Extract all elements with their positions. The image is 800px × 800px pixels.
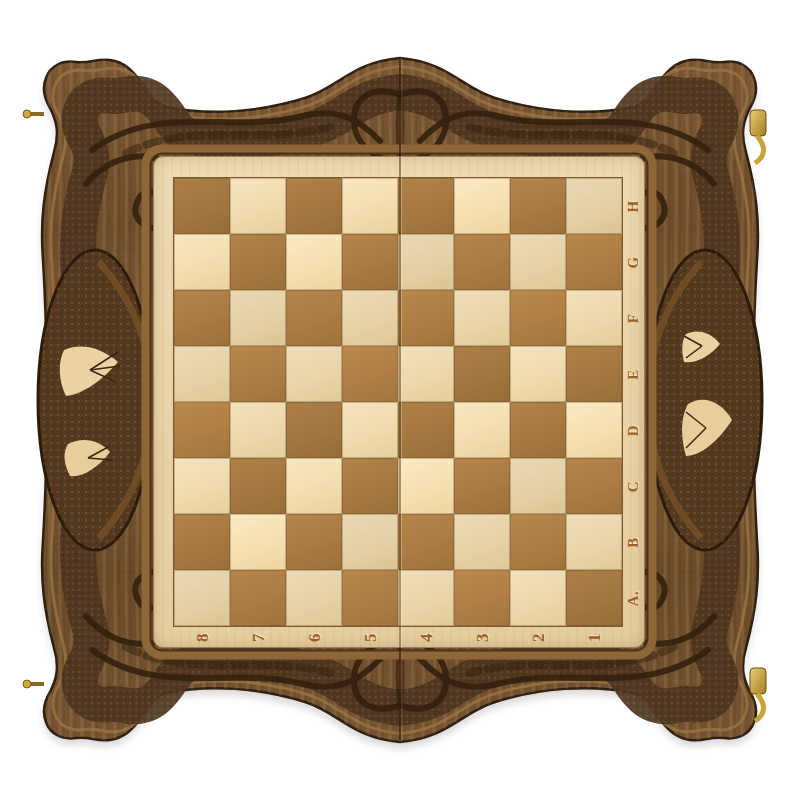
square-h2[interactable] (510, 178, 566, 234)
rank-label-cell: 4 (398, 626, 454, 648)
file-label-cell: B (622, 514, 645, 570)
square-g8[interactable] (174, 234, 230, 290)
square-d7[interactable] (230, 402, 286, 458)
square-g3[interactable] (454, 234, 510, 290)
square-g2[interactable] (510, 234, 566, 290)
file-label-f: F (626, 313, 641, 323)
square-f1[interactable] (566, 290, 622, 346)
rank-label-6: 6 (306, 633, 323, 642)
square-c8[interactable] (174, 458, 230, 514)
square-c2[interactable] (510, 458, 566, 514)
square-g4[interactable] (398, 234, 454, 290)
square-a6[interactable] (286, 570, 342, 626)
square-f8[interactable] (174, 290, 230, 346)
field-hinge-seam (399, 156, 401, 648)
square-h3[interactable] (454, 178, 510, 234)
square-g5[interactable] (342, 234, 398, 290)
file-label-cell: F (622, 290, 645, 346)
square-h8[interactable] (174, 178, 230, 234)
square-a7[interactable] (230, 570, 286, 626)
square-b8[interactable] (174, 514, 230, 570)
carved-chess-board-photo: HGFEDCBA. 87654321 (0, 0, 800, 800)
file-label-cell: G (622, 234, 645, 290)
file-label-g: G (626, 256, 641, 268)
square-d4[interactable] (398, 402, 454, 458)
rank-label-5: 5 (362, 633, 379, 642)
square-b3[interactable] (454, 514, 510, 570)
file-label-cell: C (622, 458, 645, 514)
file-label-e: E (626, 369, 641, 380)
square-d6[interactable] (286, 402, 342, 458)
rank-label-cell: 7 (230, 626, 286, 648)
brass-latch-top-right (750, 110, 766, 163)
square-a8[interactable] (174, 570, 230, 626)
square-f4[interactable] (398, 290, 454, 346)
file-label-h: H (626, 200, 641, 212)
square-f7[interactable] (230, 290, 286, 346)
square-f2[interactable] (510, 290, 566, 346)
square-b2[interactable] (510, 514, 566, 570)
square-f5[interactable] (342, 290, 398, 346)
square-e5[interactable] (342, 346, 398, 402)
square-b7[interactable] (230, 514, 286, 570)
chess-board-field: HGFEDCBA. 87654321 (153, 156, 645, 648)
square-c6[interactable] (286, 458, 342, 514)
file-label-a: A. (626, 590, 641, 606)
rank-labels-row: 87654321 (174, 626, 622, 648)
square-a4[interactable] (398, 570, 454, 626)
square-h1[interactable] (566, 178, 622, 234)
file-label-cell: E (622, 346, 645, 402)
file-label-b: B (626, 537, 641, 548)
square-h5[interactable] (342, 178, 398, 234)
square-d2[interactable] (510, 402, 566, 458)
file-label-c: C (626, 480, 641, 491)
square-f6[interactable] (286, 290, 342, 346)
brass-pin-top-left (23, 110, 44, 118)
square-b4[interactable] (398, 514, 454, 570)
rank-label-3: 3 (474, 633, 491, 642)
square-d3[interactable] (454, 402, 510, 458)
file-labels-column: HGFEDCBA. (622, 178, 645, 626)
rank-label-7: 7 (250, 633, 267, 642)
square-h4[interactable] (398, 178, 454, 234)
rank-label-cell: 5 (342, 626, 398, 648)
eagle-medallion-left (38, 250, 152, 550)
rank-label-cell: 6 (286, 626, 342, 648)
square-e4[interactable] (398, 346, 454, 402)
square-d1[interactable] (566, 402, 622, 458)
square-b5[interactable] (342, 514, 398, 570)
eagle-medallion-right (648, 250, 762, 550)
file-label-cell: A. (622, 570, 645, 626)
square-e2[interactable] (510, 346, 566, 402)
square-e7[interactable] (230, 346, 286, 402)
square-d5[interactable] (342, 402, 398, 458)
square-e8[interactable] (174, 346, 230, 402)
rank-label-cell: 8 (174, 626, 230, 648)
square-g6[interactable] (286, 234, 342, 290)
square-e1[interactable] (566, 346, 622, 402)
file-label-cell: D (622, 402, 645, 458)
square-c3[interactable] (454, 458, 510, 514)
rank-label-4: 4 (418, 633, 435, 642)
brass-pin-bottom-left (23, 680, 44, 688)
square-e3[interactable] (454, 346, 510, 402)
square-d8[interactable] (174, 402, 230, 458)
square-e6[interactable] (286, 346, 342, 402)
square-a2[interactable] (510, 570, 566, 626)
chess-grid (174, 178, 622, 626)
square-h7[interactable] (230, 178, 286, 234)
file-label-cell: H (622, 178, 645, 234)
square-c4[interactable] (398, 458, 454, 514)
square-h6[interactable] (286, 178, 342, 234)
rank-label-2: 2 (530, 633, 547, 642)
rank-label-1: 1 (586, 633, 603, 642)
rank-label-cell: 1 (566, 626, 622, 648)
rank-label-cell: 2 (510, 626, 566, 648)
square-b1[interactable] (566, 514, 622, 570)
square-c7[interactable] (230, 458, 286, 514)
square-g1[interactable] (566, 234, 622, 290)
square-c1[interactable] (566, 458, 622, 514)
file-label-d: D (626, 424, 641, 435)
square-c5[interactable] (342, 458, 398, 514)
rank-label-cell: 3 (454, 626, 510, 648)
square-f3[interactable] (454, 290, 510, 346)
square-g7[interactable] (230, 234, 286, 290)
rank-label-8: 8 (194, 633, 211, 642)
square-a3[interactable] (454, 570, 510, 626)
square-b6[interactable] (286, 514, 342, 570)
square-a1[interactable] (566, 570, 622, 626)
square-a5[interactable] (342, 570, 398, 626)
